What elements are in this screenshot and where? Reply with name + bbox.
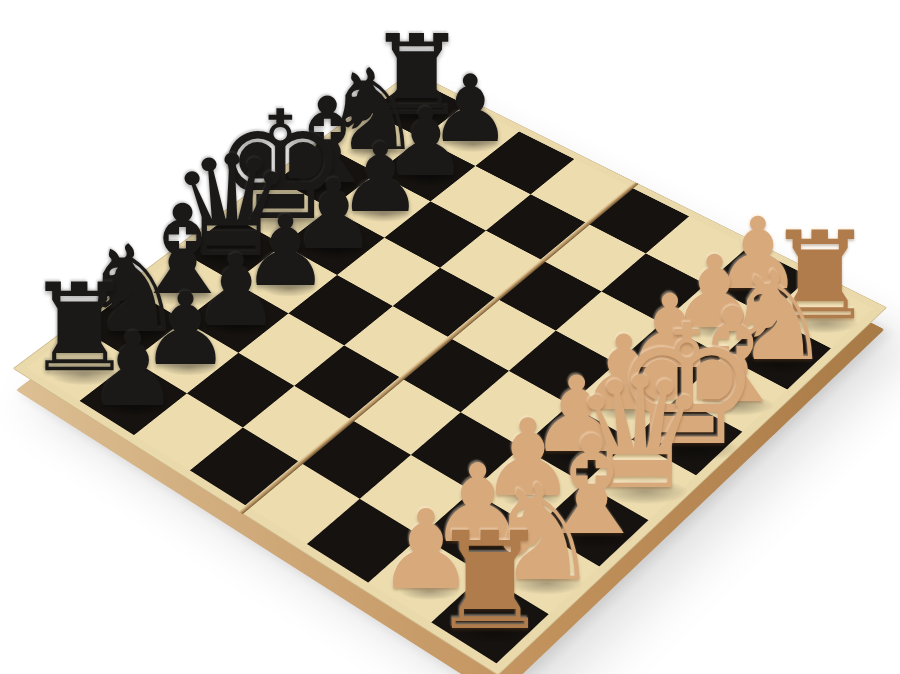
scene: ♜♞♝♛♚♝♞♜♟♟♟♟♟♟♟♟♟♟♟♟♟♟♟♟♜♞♝♛♚♝♞♜ [0, 0, 900, 674]
pieces-layer: ♜♞♝♛♚♝♞♜♟♟♟♟♟♟♟♟♟♟♟♟♟♟♟♟♜♞♝♛♚♝♞♜ [0, 0, 900, 674]
piece-black-pawn-a7: ♟ [88, 319, 179, 421]
piece-white-rook-a1: ♜ [429, 513, 550, 648]
